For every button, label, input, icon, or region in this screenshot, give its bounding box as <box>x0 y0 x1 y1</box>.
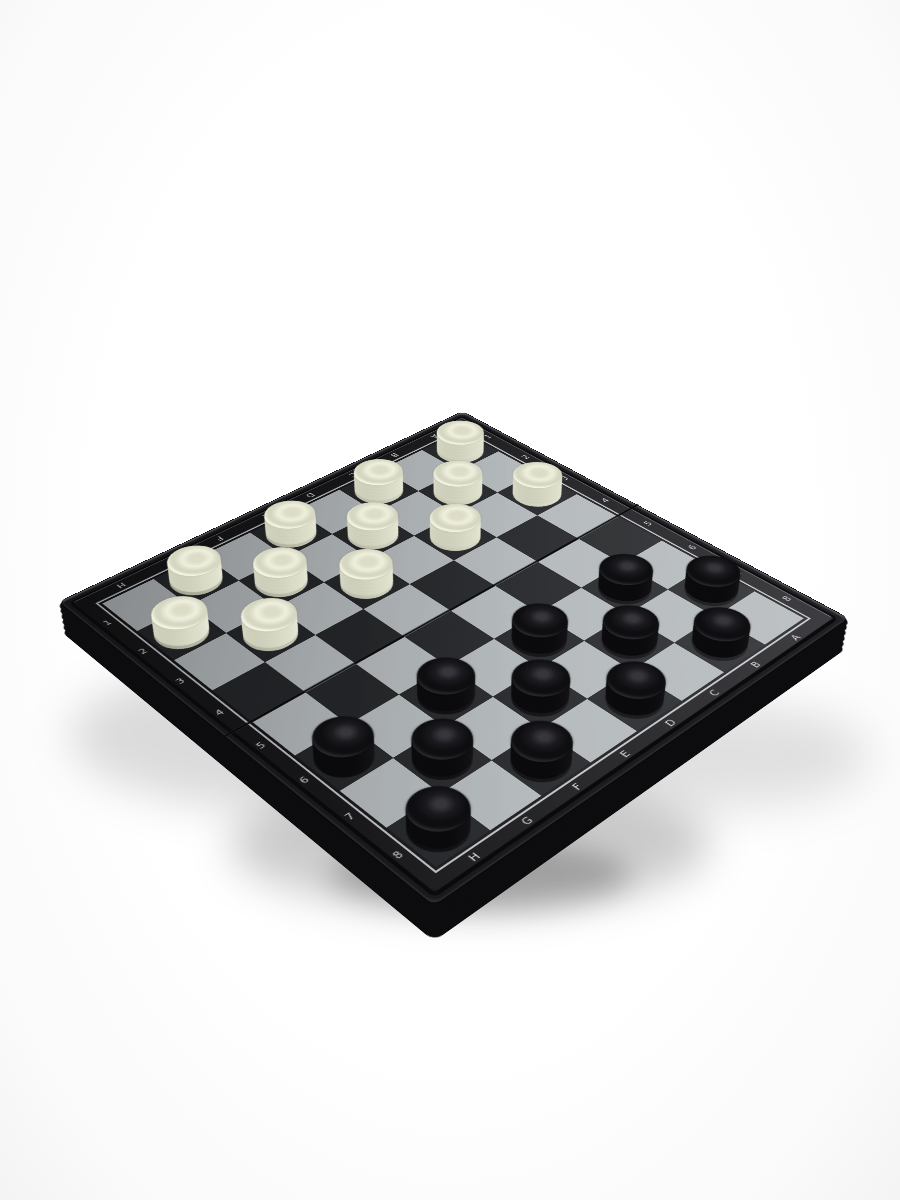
product-photo: ⛀⛀⛂⛀⛂⛂⛀⛀⛂⛀⛂⛂⛀⛀⛂⛀⛂⛂⛀⛀⛂⛀⛂⛂ AA11BB22CC33DD4… <box>0 0 900 1200</box>
